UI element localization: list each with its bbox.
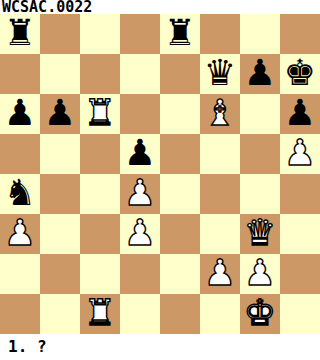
white-rook-c6[interactable]: ♜ (84, 94, 116, 133)
chess-board: ♜♜♛♟♚♟♟♜♝♟♟♟♞♟♟♟♛♟♟♜♚ (0, 14, 320, 334)
square-a2[interactable] (0, 254, 40, 294)
black-queen-f7[interactable]: ♛ (204, 54, 236, 93)
square-f4[interactable] (200, 174, 240, 214)
square-d4[interactable]: ♟ (120, 174, 160, 214)
black-king-h7[interactable]: ♚ (284, 54, 316, 93)
square-d3[interactable]: ♟ (120, 214, 160, 254)
square-e4[interactable] (160, 174, 200, 214)
square-c4[interactable] (80, 174, 120, 214)
square-c3[interactable] (80, 214, 120, 254)
square-f2[interactable]: ♟ (200, 254, 240, 294)
square-b2[interactable] (40, 254, 80, 294)
square-g4[interactable] (240, 174, 280, 214)
black-rook-a8[interactable]: ♜ (4, 14, 36, 53)
square-b4[interactable] (40, 174, 80, 214)
square-f1[interactable] (200, 294, 240, 334)
square-c6[interactable]: ♜ (80, 94, 120, 134)
square-b6[interactable]: ♟ (40, 94, 80, 134)
square-a5[interactable] (0, 134, 40, 174)
square-c7[interactable] (80, 54, 120, 94)
square-h2[interactable] (280, 254, 320, 294)
square-g3[interactable]: ♛ (240, 214, 280, 254)
square-a8[interactable]: ♜ (0, 14, 40, 54)
black-pawn-h6[interactable]: ♟ (284, 94, 316, 133)
square-d1[interactable] (120, 294, 160, 334)
square-f5[interactable] (200, 134, 240, 174)
square-e1[interactable] (160, 294, 200, 334)
square-h1[interactable] (280, 294, 320, 334)
square-h6[interactable]: ♟ (280, 94, 320, 134)
black-rook-e8[interactable]: ♜ (164, 14, 196, 53)
square-e2[interactable] (160, 254, 200, 294)
white-bishop-f6[interactable]: ♝ (204, 94, 236, 133)
square-f6[interactable]: ♝ (200, 94, 240, 134)
puzzle-page: WCSAC.0022 ♜♜♛♟♚♟♟♜♝♟♟♟♞♟♟♟♛♟♟♜♚ 1. ? (0, 0, 320, 360)
white-pawn-f2[interactable]: ♟ (204, 254, 236, 293)
square-b1[interactable] (40, 294, 80, 334)
square-b5[interactable] (40, 134, 80, 174)
square-c1[interactable]: ♜ (80, 294, 120, 334)
square-a7[interactable] (0, 54, 40, 94)
square-f7[interactable]: ♛ (200, 54, 240, 94)
square-e7[interactable] (160, 54, 200, 94)
white-pawn-d3[interactable]: ♟ (124, 214, 156, 253)
square-a3[interactable]: ♟ (0, 214, 40, 254)
puzzle-title: WCSAC.0022 (0, 0, 320, 14)
square-d2[interactable] (120, 254, 160, 294)
square-e8[interactable]: ♜ (160, 14, 200, 54)
white-pawn-h5[interactable]: ♟ (284, 134, 316, 173)
square-g8[interactable] (240, 14, 280, 54)
white-pawn-a3[interactable]: ♟ (4, 214, 36, 253)
black-pawn-b6[interactable]: ♟ (44, 94, 76, 133)
square-a4[interactable]: ♞ (0, 174, 40, 214)
square-g1[interactable]: ♚ (240, 294, 280, 334)
square-d8[interactable] (120, 14, 160, 54)
square-h8[interactable] (280, 14, 320, 54)
black-knight-a4[interactable]: ♞ (4, 174, 36, 213)
square-h3[interactable] (280, 214, 320, 254)
square-e3[interactable] (160, 214, 200, 254)
square-g7[interactable]: ♟ (240, 54, 280, 94)
black-pawn-d5[interactable]: ♟ (124, 134, 156, 173)
white-pawn-g2[interactable]: ♟ (244, 254, 276, 293)
square-h4[interactable] (280, 174, 320, 214)
square-d5[interactable]: ♟ (120, 134, 160, 174)
square-e6[interactable] (160, 94, 200, 134)
square-c2[interactable] (80, 254, 120, 294)
white-pawn-d4[interactable]: ♟ (124, 174, 156, 213)
square-h7[interactable]: ♚ (280, 54, 320, 94)
square-b8[interactable] (40, 14, 80, 54)
square-g6[interactable] (240, 94, 280, 134)
square-d7[interactable] (120, 54, 160, 94)
black-pawn-a6[interactable]: ♟ (4, 94, 36, 133)
square-e5[interactable] (160, 134, 200, 174)
square-d6[interactable] (120, 94, 160, 134)
square-f3[interactable] (200, 214, 240, 254)
square-c5[interactable] (80, 134, 120, 174)
square-b7[interactable] (40, 54, 80, 94)
square-g2[interactable]: ♟ (240, 254, 280, 294)
black-pawn-g7[interactable]: ♟ (244, 54, 276, 93)
square-f8[interactable] (200, 14, 240, 54)
square-g5[interactable] (240, 134, 280, 174)
white-king-g1[interactable]: ♚ (244, 294, 276, 333)
square-a1[interactable] (0, 294, 40, 334)
move-prompt: 1. ? (0, 334, 320, 360)
square-c8[interactable] (80, 14, 120, 54)
square-b3[interactable] (40, 214, 80, 254)
square-a6[interactable]: ♟ (0, 94, 40, 134)
white-rook-c1[interactable]: ♜ (84, 294, 116, 333)
square-h5[interactable]: ♟ (280, 134, 320, 174)
white-queen-g3[interactable]: ♛ (244, 214, 276, 253)
